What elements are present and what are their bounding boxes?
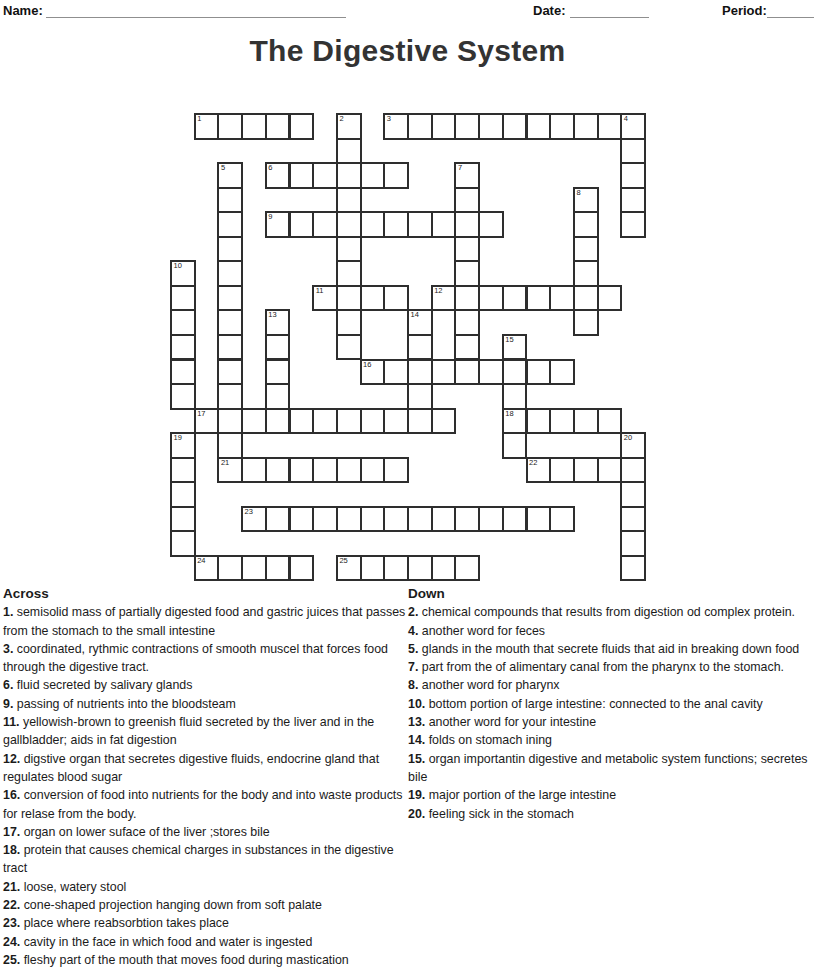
- name-label: Name:: [3, 3, 43, 18]
- across-clue-num-1: 1.: [3, 605, 13, 619]
- cell-r9c7[interactable]: [336, 334, 362, 361]
- cell-r9c14[interactable]: 15: [502, 334, 528, 361]
- across-clue-text-3: coordinated, rythmic contractions of smo…: [3, 642, 388, 674]
- clue-number-24: 24: [197, 557, 205, 565]
- cell-r0c12[interactable]: [454, 113, 480, 140]
- across-clue-num-16: 16.: [3, 788, 20, 802]
- cell-r8c10[interactable]: 14: [407, 309, 433, 336]
- across-clue-1: 1. semisolid mass of partially digested …: [3, 603, 408, 640]
- cell-r12c15[interactable]: [526, 408, 552, 435]
- clue-number-14: 14: [411, 311, 419, 319]
- cell-r0c10[interactable]: [407, 113, 433, 140]
- across-clue-text-22: cone-shaped projection hanging down from…: [20, 898, 322, 912]
- down-clue-num-15: 15.: [408, 752, 425, 766]
- across-clue-text-21: loose, watery stool: [20, 880, 126, 894]
- across-clue-23: 23. place where reabsorbtion takes place: [3, 914, 408, 932]
- period-label: Period:: [722, 3, 767, 18]
- cell-r10c0[interactable]: [170, 359, 196, 386]
- cell-r12c1[interactable]: 17: [194, 408, 220, 435]
- cell-r15c19[interactable]: [620, 481, 646, 508]
- cell-r8c0[interactable]: [170, 309, 196, 336]
- cell-r11c10[interactable]: [407, 383, 433, 410]
- cell-r12c7[interactable]: [336, 408, 362, 435]
- cell-r4c19[interactable]: [620, 211, 646, 238]
- cell-r8c7[interactable]: [336, 309, 362, 336]
- cell-r16c15[interactable]: [526, 506, 552, 533]
- cell-r4c5[interactable]: [289, 211, 315, 238]
- cell-r8c12[interactable]: [454, 309, 480, 336]
- down-clue-8: 8. another word for pharynx: [408, 676, 814, 694]
- across-clue-22: 22. cone-shaped projection hanging down …: [3, 896, 408, 914]
- cell-r14c15[interactable]: 22: [526, 457, 552, 484]
- cell-r14c17[interactable]: [573, 457, 599, 484]
- cell-r15c0[interactable]: [170, 481, 196, 508]
- cell-r14c4[interactable]: [265, 457, 291, 484]
- cell-r14c0[interactable]: [170, 457, 196, 484]
- cell-r12c2[interactable]: [217, 408, 243, 435]
- cell-r18c9[interactable]: [383, 555, 409, 582]
- cell-r5c7[interactable]: [336, 236, 362, 263]
- cell-r16c13[interactable]: [478, 506, 504, 533]
- cell-r10c8[interactable]: 16: [360, 359, 386, 386]
- across-clue-21: 21. loose, watery stool: [3, 878, 408, 896]
- cell-r0c13[interactable]: [478, 113, 504, 140]
- clue-number-7: 7: [458, 164, 462, 172]
- cell-r7c9[interactable]: [383, 285, 409, 312]
- cell-r3c2[interactable]: [217, 187, 243, 214]
- cell-r4c10[interactable]: [407, 211, 433, 238]
- cell-r5c2[interactable]: [217, 236, 243, 263]
- cell-r0c14[interactable]: [502, 113, 528, 140]
- clue-number-4: 4: [624, 115, 628, 123]
- across-clue-text-24: cavity in the face in which food and wat…: [20, 935, 312, 949]
- cell-r18c2[interactable]: [217, 555, 243, 582]
- cell-r10c13[interactable]: [478, 359, 504, 386]
- across-clue-9: 9. passing of nutrients into the bloodst…: [3, 695, 408, 713]
- cell-r7c7[interactable]: [336, 285, 362, 312]
- clue-number-11: 11: [316, 287, 324, 295]
- across-clue-16: 16. conversion of food into nutrients fo…: [3, 786, 408, 823]
- cell-r4c8[interactable]: [360, 211, 386, 238]
- clue-number-13: 13: [268, 311, 276, 319]
- across-clue-text-12: digstive organ that secretes digestive f…: [3, 752, 379, 784]
- cell-r11c2[interactable]: [217, 383, 243, 410]
- cell-r7c12[interactable]: [454, 285, 480, 312]
- down-clues-section: Down 2. chemical compounds that results …: [408, 585, 814, 823]
- down-clue-num-14: 14.: [408, 733, 425, 747]
- cell-r11c14[interactable]: [502, 383, 528, 410]
- down-clue-7: 7. part from the of alimentary canal fro…: [408, 658, 814, 676]
- across-clue-17: 17. organ on lower suface of the liver ;…: [3, 823, 408, 841]
- cell-r9c2[interactable]: [217, 334, 243, 361]
- across-clue-24: 24. cavity in the face in which food and…: [3, 933, 408, 951]
- cell-r7c14[interactable]: [502, 285, 528, 312]
- clue-number-15: 15: [505, 336, 513, 344]
- cell-r2c8[interactable]: [360, 162, 386, 189]
- clue-number-25: 25: [339, 557, 347, 565]
- down-clue-text-14: folds on stomach ining: [425, 733, 552, 747]
- cell-r14c7[interactable]: [336, 457, 362, 484]
- cell-r7c2[interactable]: [217, 285, 243, 312]
- cell-r3c19[interactable]: [620, 187, 646, 214]
- cell-r12c18[interactable]: [597, 408, 623, 435]
- cell-r10c14[interactable]: [502, 359, 528, 386]
- down-clue-text-5: glands in the mouth that secrete fluids …: [418, 642, 799, 656]
- down-clue-num-4: 4.: [408, 624, 418, 638]
- cell-r1c19[interactable]: [620, 138, 646, 165]
- cell-r5c12[interactable]: [454, 236, 480, 263]
- cell-r7c18[interactable]: [597, 285, 623, 312]
- down-clue-num-20: 20.: [408, 807, 425, 821]
- across-clues-section: Across 1. semisolid mass of partially di…: [3, 585, 408, 969]
- cell-r10c11[interactable]: [431, 359, 457, 386]
- cell-r9c0[interactable]: [170, 334, 196, 361]
- down-clue-5: 5. glands in the mouth that secrete flui…: [408, 640, 814, 658]
- cell-r12c4[interactable]: [265, 408, 291, 435]
- down-clue-text-15: organ importantin digestive and metaboli…: [408, 752, 807, 784]
- down-clue-13: 13. another word for your intestine: [408, 713, 814, 731]
- cell-r11c4[interactable]: [265, 383, 291, 410]
- down-clue-num-5: 5.: [408, 642, 418, 656]
- clue-number-9: 9: [268, 213, 272, 221]
- cell-r0c19[interactable]: 4: [620, 113, 646, 140]
- down-clue-list: 2. chemical compounds that results from …: [408, 603, 814, 823]
- cell-r0c9[interactable]: 3: [383, 113, 409, 140]
- cell-r12c8[interactable]: [360, 408, 386, 435]
- across-clue-num-17: 17.: [3, 825, 20, 839]
- cell-r12c5[interactable]: [289, 408, 315, 435]
- cell-r7c0[interactable]: [170, 285, 196, 312]
- down-clue-2: 2. chemical compounds that results from …: [408, 603, 814, 621]
- down-clue-text-4: another word for feces: [418, 624, 545, 638]
- cell-r13c0[interactable]: 19: [170, 432, 196, 459]
- cell-r16c14[interactable]: [502, 506, 528, 533]
- down-clue-20: 20. feeling sick in the stomach: [408, 805, 814, 823]
- cell-r5c17[interactable]: [573, 236, 599, 263]
- cell-r6c0[interactable]: 10: [170, 260, 196, 287]
- cell-r14c19[interactable]: [620, 457, 646, 484]
- cell-r11c0[interactable]: [170, 383, 196, 410]
- date-fill-line[interactable]: [570, 4, 649, 18]
- across-clue-text-11: yellowish-brown to greenish fluid secret…: [3, 715, 374, 747]
- across-clue-num-22: 22.: [3, 898, 20, 912]
- across-clue-12: 12. digstive organ that secretes digesti…: [3, 750, 408, 787]
- cell-r14c18[interactable]: [597, 457, 623, 484]
- down-clue-14: 14. folds on stomach ining: [408, 731, 814, 749]
- cell-r16c11[interactable]: [431, 506, 457, 533]
- across-clue-num-21: 21.: [3, 880, 20, 894]
- cell-r16c4[interactable]: [265, 506, 291, 533]
- cell-r7c8[interactable]: [360, 285, 386, 312]
- down-clue-num-13: 13.: [408, 715, 425, 729]
- clue-number-1: 1: [197, 115, 201, 123]
- crossword-grid: 1234567891011121314151617181920212223242…: [170, 113, 648, 583]
- cell-r12c9[interactable]: [383, 408, 409, 435]
- cell-r3c7[interactable]: [336, 187, 362, 214]
- cell-r14c5[interactable]: [289, 457, 315, 484]
- clue-number-23: 23: [245, 508, 253, 516]
- across-clue-num-12: 12.: [3, 752, 20, 766]
- cell-r13c14[interactable]: [502, 432, 528, 459]
- down-clue-4: 4. another word for feces: [408, 622, 814, 640]
- cell-r8c4[interactable]: 13: [265, 309, 291, 336]
- cell-r3c12[interactable]: [454, 187, 480, 214]
- cell-r12c14[interactable]: 18: [502, 408, 528, 435]
- cell-r12c3[interactable]: [241, 408, 267, 435]
- date-label: Date:: [533, 3, 566, 18]
- down-clue-num-10: 10.: [408, 697, 425, 711]
- cell-r0c17[interactable]: [573, 113, 599, 140]
- cell-r12c11[interactable]: [431, 408, 457, 435]
- down-clue-text-20: feeling sick in the stomach: [425, 807, 574, 821]
- cell-r9c12[interactable]: [454, 334, 480, 361]
- across-heading: Across: [3, 585, 408, 603]
- cell-r4c7[interactable]: [336, 211, 362, 238]
- clue-number-19: 19: [174, 434, 182, 442]
- clue-number-18: 18: [505, 410, 513, 418]
- across-clue-text-17: organ on lower suface of the liver ;stor…: [20, 825, 269, 839]
- across-clue-text-6: fluid secreted by salivary glands: [13, 678, 192, 692]
- cell-r6c17[interactable]: [573, 260, 599, 287]
- across-clue-18: 18. protein that causes chemical charges…: [3, 841, 408, 878]
- cell-r18c7[interactable]: 25: [336, 555, 362, 582]
- cell-r12c17[interactable]: [573, 408, 599, 435]
- cell-r2c12[interactable]: 7: [454, 162, 480, 189]
- across-clue-num-3: 3.: [3, 642, 13, 656]
- clue-number-22: 22: [529, 459, 537, 467]
- cell-r2c9[interactable]: [383, 162, 409, 189]
- cell-r0c2[interactable]: [217, 113, 243, 140]
- cell-r16c6[interactable]: [312, 506, 338, 533]
- clue-number-5: 5: [221, 164, 225, 172]
- cell-r4c13[interactable]: [478, 211, 504, 238]
- cell-r13c19[interactable]: 20: [620, 432, 646, 459]
- across-clue-num-18: 18.: [3, 843, 20, 857]
- cell-r0c16[interactable]: [549, 113, 575, 140]
- cell-r7c17[interactable]: [573, 285, 599, 312]
- down-clue-text-10: bottom portion of large intestine: conne…: [425, 697, 763, 711]
- across-clue-num-24: 24.: [3, 935, 20, 949]
- down-clue-10: 10. bottom portion of large intestine: c…: [408, 695, 814, 713]
- down-heading: Down: [408, 585, 814, 603]
- cell-r16c7[interactable]: [336, 506, 362, 533]
- cell-r18c12[interactable]: [454, 555, 480, 582]
- cell-r18c8[interactable]: [360, 555, 386, 582]
- cell-r8c2[interactable]: [217, 309, 243, 336]
- cell-r14c8[interactable]: [360, 457, 386, 484]
- cell-r17c0[interactable]: [170, 530, 196, 557]
- cell-r2c19[interactable]: [620, 162, 646, 189]
- period-fill-line[interactable]: [767, 4, 814, 18]
- cell-r18c3[interactable]: [241, 555, 267, 582]
- across-clue-text-9: passing of nutrients into the bloodsteam: [13, 697, 235, 711]
- cell-r16c16[interactable]: [549, 506, 575, 533]
- cell-r4c6[interactable]: [312, 211, 338, 238]
- down-clue-15: 15. organ importantin digestive and meta…: [408, 750, 814, 787]
- clue-number-8: 8: [576, 189, 580, 197]
- cell-r12c6[interactable]: [312, 408, 338, 435]
- cell-r14c3[interactable]: [241, 457, 267, 484]
- across-clue-text-16: conversion of food into nutrients for th…: [3, 788, 403, 820]
- cell-r14c6[interactable]: [312, 457, 338, 484]
- cell-r0c15[interactable]: [526, 113, 552, 140]
- across-clue-text-1: semisolid mass of partially digested foo…: [3, 605, 405, 637]
- cell-r18c11[interactable]: [431, 555, 457, 582]
- across-clue-num-25: 25.: [3, 953, 20, 967]
- cell-r4c12[interactable]: [454, 211, 480, 238]
- cell-r2c7[interactable]: [336, 162, 362, 189]
- down-clue-num-2: 2.: [408, 605, 418, 619]
- cell-r17c19[interactable]: [620, 530, 646, 557]
- down-clue-text-2: chemical compounds that results from dig…: [418, 605, 795, 619]
- cell-r10c4[interactable]: [265, 359, 291, 386]
- clue-number-6: 6: [268, 164, 272, 172]
- cell-r0c3[interactable]: [241, 113, 267, 140]
- cell-r4c2[interactable]: [217, 211, 243, 238]
- cell-r7c6[interactable]: 11: [312, 285, 338, 312]
- cell-r7c13[interactable]: [478, 285, 504, 312]
- clue-number-10: 10: [174, 262, 182, 270]
- cell-r2c2[interactable]: 5: [217, 162, 243, 189]
- cell-r18c19[interactable]: [620, 555, 646, 582]
- cell-r2c4[interactable]: 6: [265, 162, 291, 189]
- cell-r7c15[interactable]: [526, 285, 552, 312]
- cell-r0c11[interactable]: [431, 113, 457, 140]
- cell-r18c5[interactable]: [289, 555, 315, 582]
- cell-r7c16[interactable]: [549, 285, 575, 312]
- clue-number-17: 17: [197, 410, 205, 418]
- across-clue-num-6: 6.: [3, 678, 13, 692]
- cell-r0c4[interactable]: [265, 113, 291, 140]
- cell-r6c2[interactable]: [217, 260, 243, 287]
- across-clue-text-25: fleshy part of the mouth that moves food…: [20, 953, 349, 967]
- cell-r4c9[interactable]: [383, 211, 409, 238]
- cell-r14c16[interactable]: [549, 457, 575, 484]
- down-clue-text-7: part from the of alimentary canal from t…: [418, 660, 784, 674]
- across-clue-num-11: 11.: [3, 715, 20, 729]
- cell-r3c17[interactable]: 8: [573, 187, 599, 214]
- page-title: The Digestive System: [0, 34, 815, 68]
- cell-r18c10[interactable]: [407, 555, 433, 582]
- cell-r16c0[interactable]: [170, 506, 196, 533]
- down-clue-num-7: 7.: [408, 660, 418, 674]
- down-clue-text-8: another word for pharynx: [418, 678, 559, 692]
- cell-r10c2[interactable]: [217, 359, 243, 386]
- cell-r0c1[interactable]: 1: [194, 113, 220, 140]
- cell-r12c16[interactable]: [549, 408, 575, 435]
- clue-number-20: 20: [624, 434, 632, 442]
- cell-r6c7[interactable]: [336, 260, 362, 287]
- cell-r16c5[interactable]: [289, 506, 315, 533]
- clue-number-16: 16: [363, 361, 371, 369]
- cell-r13c2[interactable]: [217, 432, 243, 459]
- cell-r0c5[interactable]: [289, 113, 315, 140]
- down-clue-text-19: major portion of the large intestine: [425, 788, 616, 802]
- across-clue-text-23: place where reabsorbtion takes place: [20, 916, 229, 930]
- cell-r16c19[interactable]: [620, 506, 646, 533]
- cell-r4c17[interactable]: [573, 211, 599, 238]
- cell-r4c11[interactable]: [431, 211, 457, 238]
- clue-number-3: 3: [387, 115, 391, 123]
- across-clue-11: 11. yellowish-brown to greenish fluid se…: [3, 713, 408, 750]
- cell-r12c10[interactable]: [407, 408, 433, 435]
- clue-number-21: 21: [221, 459, 229, 467]
- cell-r18c4[interactable]: [265, 555, 291, 582]
- cell-r2c5[interactable]: [289, 162, 315, 189]
- cell-r1c7[interactable]: [336, 138, 362, 165]
- cell-r9c10[interactable]: [407, 334, 433, 361]
- across-clue-25: 25. fleshy part of the mouth that moves …: [3, 951, 408, 969]
- across-clue-6: 6. fluid secreted by salivary glands: [3, 676, 408, 694]
- across-clue-num-9: 9.: [3, 697, 13, 711]
- cell-r16c10[interactable]: [407, 506, 433, 533]
- cell-r14c2[interactable]: 21: [217, 457, 243, 484]
- cell-r4c4[interactable]: 9: [265, 211, 291, 238]
- cell-r10c10[interactable]: [407, 359, 433, 386]
- cell-r16c3[interactable]: 23: [241, 506, 267, 533]
- cell-r16c8[interactable]: [360, 506, 386, 533]
- cell-r9c4[interactable]: [265, 334, 291, 361]
- down-clue-text-13: another word for your intestine: [425, 715, 596, 729]
- cell-r10c15[interactable]: [526, 359, 552, 386]
- cell-r16c9[interactable]: [383, 506, 409, 533]
- cell-r14c9[interactable]: [383, 457, 409, 484]
- down-clue-19: 19. major portion of the large intestine: [408, 786, 814, 804]
- cell-r6c12[interactable]: [454, 260, 480, 287]
- cell-r10c12[interactable]: [454, 359, 480, 386]
- cell-r10c9[interactable]: [383, 359, 409, 386]
- across-clue-list: 1. semisolid mass of partially digested …: [3, 603, 408, 969]
- cell-r8c17[interactable]: [573, 309, 599, 336]
- cell-r18c1[interactable]: 24: [194, 555, 220, 582]
- name-fill-line[interactable]: [46, 4, 346, 18]
- across-clue-num-23: 23.: [3, 916, 20, 930]
- clue-number-12: 12: [434, 287, 442, 295]
- cell-r10c16[interactable]: [549, 359, 575, 386]
- cell-r16c12[interactable]: [454, 506, 480, 533]
- across-clue-text-18: protein that causes chemical charges in …: [3, 843, 394, 875]
- across-clue-3: 3. coordinated, rythmic contractions of …: [3, 640, 408, 677]
- cell-r7c11[interactable]: 12: [431, 285, 457, 312]
- down-clue-num-8: 8.: [408, 678, 418, 692]
- clue-number-2: 2: [339, 115, 343, 123]
- cell-r0c7[interactable]: 2: [336, 113, 362, 140]
- cell-r0c18[interactable]: [597, 113, 623, 140]
- down-clue-num-19: 19.: [408, 788, 425, 802]
- cell-r2c6[interactable]: [312, 162, 338, 189]
